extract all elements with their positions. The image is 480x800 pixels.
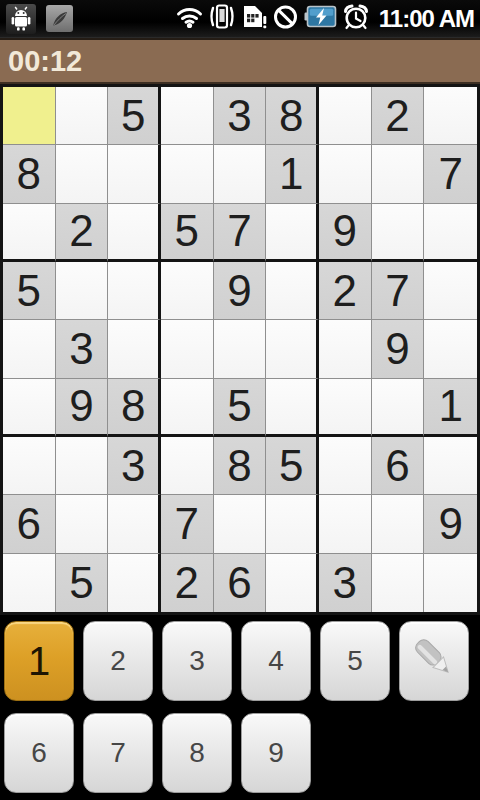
cell-r3c7[interactable]: 9 (319, 204, 372, 262)
cell-r4c7[interactable]: 2 (319, 262, 372, 320)
key-8[interactable]: 8 (162, 713, 232, 793)
cell-r6c7[interactable] (319, 379, 372, 437)
cell-r7c7[interactable] (319, 437, 372, 495)
cell-r5c5[interactable] (214, 320, 267, 378)
cell-r2c6[interactable]: 1 (266, 145, 319, 203)
sudoku-board: 53828172579592739985138566795263 (0, 84, 480, 615)
cell-r6c9[interactable]: 1 (424, 379, 477, 437)
vibrate-icon (208, 4, 236, 33)
cell-r6c3[interactable]: 8 (108, 379, 161, 437)
key-9[interactable]: 9 (241, 713, 311, 793)
cell-r4c2[interactable] (56, 262, 109, 320)
cell-r6c1[interactable] (3, 379, 56, 437)
cell-r6c4[interactable] (161, 379, 214, 437)
cell-r4c3[interactable] (108, 262, 161, 320)
cell-r8c9[interactable]: 9 (424, 495, 477, 553)
cell-r9c4[interactable]: 2 (161, 554, 214, 612)
cell-r7c4[interactable] (161, 437, 214, 495)
cell-r5c9[interactable] (424, 320, 477, 378)
key-7[interactable]: 7 (83, 713, 153, 793)
cell-r5c1[interactable] (3, 320, 56, 378)
key-6[interactable]: 6 (4, 713, 74, 793)
timer-bar: 00:12 (0, 38, 480, 84)
cell-r8c1[interactable]: 6 (3, 495, 56, 553)
cell-r2c7[interactable] (319, 145, 372, 203)
cell-r3c5[interactable]: 7 (214, 204, 267, 262)
cell-r1c1[interactable] (3, 87, 56, 145)
battery-charging-icon (304, 4, 337, 33)
number-keypad: 1 2 3 4 5 6 7 (0, 615, 480, 800)
android-robot-icon (6, 4, 36, 34)
cell-r5c3[interactable] (108, 320, 161, 378)
key-1[interactable]: 1 (4, 621, 74, 701)
cell-r7c6[interactable]: 5 (266, 437, 319, 495)
cell-r3c2[interactable]: 2 (56, 204, 109, 262)
cell-r1c7[interactable] (319, 87, 372, 145)
phone-screen: 11:00 AM 00:12 5382817257959273998513856… (0, 0, 480, 800)
cell-r3c6[interactable] (266, 204, 319, 262)
sim-alert-icon (241, 4, 267, 33)
pencil-mode-button[interactable] (399, 621, 469, 701)
cell-r2c1[interactable]: 8 (3, 145, 56, 203)
cell-r4c9[interactable] (424, 262, 477, 320)
cell-r4c4[interactable] (161, 262, 214, 320)
status-icons: 11:00 AM (176, 0, 474, 37)
cell-r5c6[interactable] (266, 320, 319, 378)
cell-r5c4[interactable] (161, 320, 214, 378)
key-4[interactable]: 4 (241, 621, 311, 701)
keypad-row-1: 1 2 3 4 5 (4, 621, 476, 701)
cell-r8c6[interactable] (266, 495, 319, 553)
cell-r1c8[interactable]: 2 (372, 87, 425, 145)
cell-r3c1[interactable] (3, 204, 56, 262)
cell-r6c8[interactable] (372, 379, 425, 437)
cell-r7c2[interactable] (56, 437, 109, 495)
cell-r2c2[interactable] (56, 145, 109, 203)
cell-r7c3[interactable]: 3 (108, 437, 161, 495)
cell-r4c8[interactable]: 7 (372, 262, 425, 320)
key-2[interactable]: 2 (83, 621, 153, 701)
cell-r1c9[interactable] (424, 87, 477, 145)
cell-r9c2[interactable]: 5 (56, 554, 109, 612)
cell-r7c5[interactable]: 8 (214, 437, 267, 495)
cell-r9c1[interactable] (3, 554, 56, 612)
cell-r6c5[interactable]: 5 (214, 379, 267, 437)
keypad-row-2: 6 7 8 9 (4, 713, 476, 793)
cell-r3c9[interactable] (424, 204, 477, 262)
cell-r3c3[interactable] (108, 204, 161, 262)
wifi-icon (176, 4, 203, 33)
cell-r1c6[interactable]: 8 (266, 87, 319, 145)
cell-r5c8[interactable]: 9 (372, 320, 425, 378)
cell-r8c8[interactable] (372, 495, 425, 553)
cell-r2c5[interactable] (214, 145, 267, 203)
cell-r8c7[interactable] (319, 495, 372, 553)
key-3[interactable]: 3 (162, 621, 232, 701)
key-5[interactable]: 5 (320, 621, 390, 701)
pencil-icon (406, 630, 462, 693)
cell-r8c2[interactable] (56, 495, 109, 553)
cell-r9c9[interactable] (424, 554, 477, 612)
cell-r9c5[interactable]: 6 (214, 554, 267, 612)
cell-r7c8[interactable]: 6 (372, 437, 425, 495)
cell-r1c5[interactable]: 3 (214, 87, 267, 145)
cell-r1c2[interactable] (56, 87, 109, 145)
cell-r5c7[interactable] (319, 320, 372, 378)
elapsed-timer: 00:12 (8, 45, 82, 78)
cell-r3c4[interactable]: 5 (161, 204, 214, 262)
status-bar: 11:00 AM (0, 0, 480, 38)
cell-r4c6[interactable] (266, 262, 319, 320)
cell-r7c1[interactable] (3, 437, 56, 495)
cell-r6c6[interactable] (266, 379, 319, 437)
cell-r3c8[interactable] (372, 204, 425, 262)
feather-note-icon (46, 5, 73, 32)
cell-r8c5[interactable] (214, 495, 267, 553)
cell-r1c3[interactable]: 5 (108, 87, 161, 145)
cell-r8c3[interactable] (108, 495, 161, 553)
cell-r2c8[interactable] (372, 145, 425, 203)
cell-r9c7[interactable]: 3 (319, 554, 372, 612)
cell-r6c2[interactable]: 9 (56, 379, 109, 437)
cell-r9c8[interactable] (372, 554, 425, 612)
cell-r5c2[interactable]: 3 (56, 320, 109, 378)
cell-r1c4[interactable] (161, 87, 214, 145)
cell-r2c3[interactable] (108, 145, 161, 203)
alarm-clock-icon (342, 4, 370, 34)
cell-r4c1[interactable]: 5 (3, 262, 56, 320)
clock-time: 11:00 AM (379, 5, 474, 33)
cell-r9c6[interactable] (266, 554, 319, 612)
cell-r7c9[interactable] (424, 437, 477, 495)
cell-r9c3[interactable] (108, 554, 161, 612)
cell-r8c4[interactable]: 7 (161, 495, 214, 553)
cell-r2c9[interactable]: 7 (424, 145, 477, 203)
cell-r2c4[interactable] (161, 145, 214, 203)
cell-r4c5[interactable]: 9 (214, 262, 267, 320)
notification-icons (6, 0, 73, 37)
no-signal-icon (272, 4, 299, 34)
